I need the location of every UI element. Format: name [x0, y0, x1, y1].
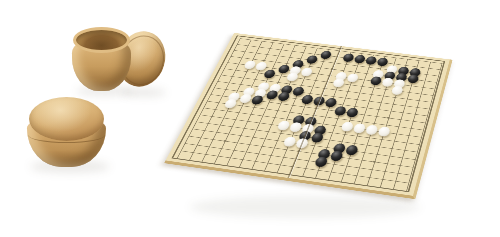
black-stone[interactable] [376, 57, 389, 66]
white-stone[interactable] [300, 67, 314, 77]
white-stone[interactable] [352, 123, 366, 134]
black-stone[interactable] [365, 56, 378, 65]
white-stone[interactable] [276, 120, 291, 131]
black-stone[interactable] [329, 150, 344, 162]
black-stone[interactable] [342, 53, 355, 62]
white-stone[interactable] [340, 121, 354, 132]
black-stone[interactable] [310, 132, 325, 143]
black-stone[interactable] [369, 76, 382, 86]
white-stone[interactable] [288, 122, 303, 133]
star-point [223, 140, 227, 142]
black-stone[interactable] [314, 156, 329, 168]
white-stone[interactable] [381, 77, 394, 87]
board-perspective-wrap [164, 33, 452, 199]
white-stone[interactable] [223, 99, 238, 109]
white-stone[interactable] [282, 136, 297, 147]
go-board[interactable] [164, 33, 452, 199]
white-stone[interactable] [332, 78, 346, 88]
black-stone[interactable] [263, 69, 277, 79]
white-stone[interactable] [286, 72, 300, 82]
star-point [387, 117, 390, 119]
black-stone[interactable] [319, 50, 332, 59]
black-stone[interactable] [353, 55, 366, 64]
bowl-lid-seam [28, 127, 105, 143]
bowl-opening [73, 27, 130, 53]
black-stone[interactable] [324, 98, 338, 108]
black-stone[interactable] [277, 91, 291, 101]
white-stone[interactable] [377, 126, 391, 137]
white-stone[interactable] [365, 125, 379, 136]
black-stone[interactable] [407, 74, 420, 84]
black-stone[interactable] [250, 95, 265, 105]
go-board-grid[interactable] [177, 38, 443, 191]
white-stone[interactable] [254, 62, 268, 72]
black-stone[interactable] [305, 55, 318, 64]
white-stone[interactable] [391, 85, 404, 95]
star-point [373, 161, 377, 163]
white-stone[interactable] [346, 73, 359, 83]
black-stone[interactable] [345, 107, 359, 118]
black-stone[interactable] [333, 106, 347, 117]
black-stone[interactable] [277, 64, 291, 74]
black-stone[interactable] [300, 94, 314, 104]
black-stone[interactable] [291, 86, 305, 96]
go-stone-bowl-closed [27, 97, 106, 167]
star-point [262, 60, 265, 62]
go-stone-bowl-open [72, 27, 131, 91]
black-stone[interactable] [345, 145, 360, 156]
product-photo-scene [0, 0, 500, 237]
board-shadow [190, 196, 420, 218]
